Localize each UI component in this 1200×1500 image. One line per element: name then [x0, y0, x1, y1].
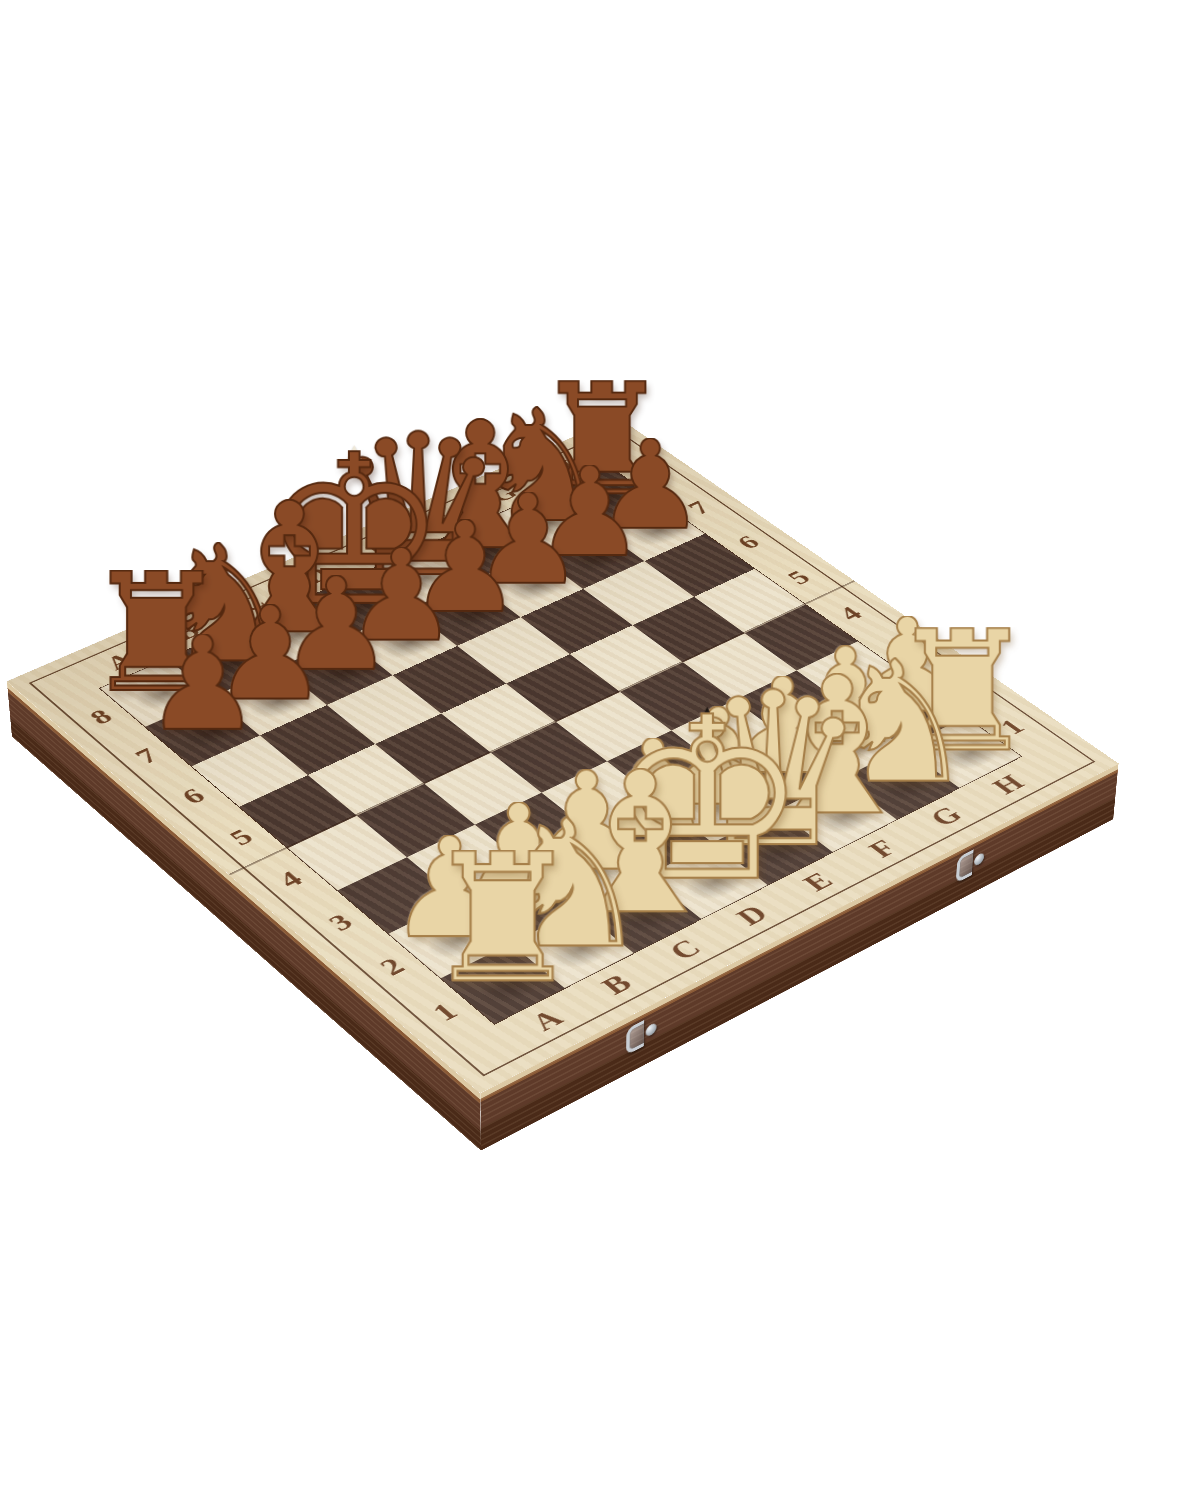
rook-glyph: ♜ [423, 850, 582, 989]
latch-knob-icon [974, 851, 985, 867]
latch-knob-icon [646, 1021, 657, 1037]
piece-light-rook-a1: ♜ [423, 850, 582, 989]
latch-clasp-left [626, 1013, 657, 1055]
piece-dark-pawn-a7: ♟ [144, 634, 261, 736]
pawn-glyph: ♟ [144, 634, 261, 736]
latch-hook-icon [626, 1020, 644, 1055]
latch-clasp-right [956, 843, 985, 883]
latch-hook-icon [956, 849, 974, 883]
folding-chessboard: ABCDEFGH ABCDEFGH 87654321 87654321 ♜♞♝▲… [7, 418, 1119, 1094]
product-photo-scene: ABCDEFGH ABCDEFGH 87654321 87654321 ♜♞♝▲… [0, 0, 1200, 1500]
